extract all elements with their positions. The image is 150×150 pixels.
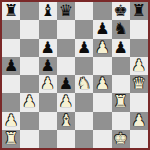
square-f2[interactable]	[93, 112, 111, 130]
piece-white-pawn-b3[interactable]: ♟	[22, 94, 36, 110]
square-a5[interactable]: ♟	[2, 57, 20, 75]
square-d2[interactable]: ♝	[57, 112, 75, 130]
square-d6[interactable]	[57, 39, 75, 57]
square-g2[interactable]	[112, 112, 130, 130]
piece-black-pawn-g6[interactable]: ♟	[113, 39, 127, 55]
square-e5[interactable]	[75, 57, 93, 75]
square-g1[interactable]: ♚	[112, 130, 130, 148]
square-h6[interactable]	[130, 39, 148, 57]
piece-black-pawn-c5[interactable]: ♟	[40, 57, 54, 73]
piece-black-pawn-a5[interactable]: ♟	[4, 57, 18, 73]
square-f8[interactable]	[93, 2, 111, 20]
square-h7[interactable]	[130, 20, 148, 38]
piece-white-pawn-c4[interactable]: ♟	[40, 76, 54, 92]
piece-white-pawn-h2[interactable]: ♟	[132, 112, 146, 128]
square-h8[interactable]: ♜	[130, 2, 148, 20]
square-b1[interactable]	[20, 130, 38, 148]
square-f3[interactable]	[93, 93, 111, 111]
square-g5[interactable]	[112, 57, 130, 75]
square-c8[interactable]: ♝	[39, 2, 57, 20]
square-e1[interactable]	[75, 130, 93, 148]
piece-white-pawn-f4[interactable]: ♟	[95, 76, 109, 92]
square-e4[interactable]: ♞	[75, 75, 93, 93]
square-a3[interactable]	[2, 93, 20, 111]
square-c6[interactable]: ♟	[39, 39, 57, 57]
square-d5[interactable]	[57, 57, 75, 75]
square-b4[interactable]	[20, 75, 38, 93]
square-e6[interactable]: ♟	[75, 39, 93, 57]
square-a1[interactable]: ♜	[2, 130, 20, 148]
piece-black-queen-d8[interactable]: ♛	[59, 3, 73, 19]
square-a7[interactable]	[2, 20, 20, 38]
square-a4[interactable]	[2, 75, 20, 93]
square-h2[interactable]: ♟	[130, 112, 148, 130]
square-h4[interactable]: ♛	[130, 75, 148, 93]
piece-black-knight-g7[interactable]: ♞	[113, 21, 127, 37]
square-c4[interactable]: ♟	[39, 75, 57, 93]
square-f5[interactable]	[93, 57, 111, 75]
square-e3[interactable]	[75, 93, 93, 111]
piece-black-pawn-e6[interactable]: ♟	[77, 39, 91, 55]
chess-diagram: ♜♝♛♚♜♟♞♟♟♟♟♟♟♟♟♟♞♟♛♟♟♜♟♝♟♜♚	[0, 0, 150, 150]
square-d8[interactable]: ♛	[57, 2, 75, 20]
square-a2[interactable]: ♟	[2, 112, 20, 130]
square-h3[interactable]	[130, 93, 148, 111]
square-f6[interactable]: ♟	[93, 39, 111, 57]
piece-black-bishop-c8[interactable]: ♝	[40, 3, 54, 19]
square-g3[interactable]: ♜	[112, 93, 130, 111]
piece-white-pawn-h5[interactable]: ♟	[132, 57, 146, 73]
piece-white-pawn-a2[interactable]: ♟	[4, 112, 18, 128]
piece-black-king-g8[interactable]: ♚	[113, 3, 127, 19]
square-e8[interactable]	[75, 2, 93, 20]
square-c2[interactable]	[39, 112, 57, 130]
piece-white-pawn-d3[interactable]: ♟	[59, 94, 73, 110]
square-d3[interactable]: ♟	[57, 93, 75, 111]
square-a8[interactable]: ♜	[2, 2, 20, 20]
square-c7[interactable]	[39, 20, 57, 38]
square-b8[interactable]	[20, 2, 38, 20]
square-g4[interactable]	[112, 75, 130, 93]
square-g7[interactable]: ♞	[112, 20, 130, 38]
square-a6[interactable]	[2, 39, 20, 57]
piece-white-rook-a1[interactable]: ♜	[4, 130, 18, 146]
square-c3[interactable]	[39, 93, 57, 111]
piece-white-bishop-d2[interactable]: ♝	[59, 112, 73, 128]
square-h5[interactable]: ♟	[130, 57, 148, 75]
square-b3[interactable]: ♟	[20, 93, 38, 111]
square-e7[interactable]	[75, 20, 93, 38]
piece-white-queen-h4[interactable]: ♛	[132, 76, 146, 92]
square-b6[interactable]	[20, 39, 38, 57]
square-d4[interactable]: ♟	[57, 75, 75, 93]
piece-black-pawn-d4[interactable]: ♟	[59, 76, 73, 92]
piece-black-rook-h8[interactable]: ♜	[132, 3, 146, 19]
piece-black-rook-a8[interactable]: ♜	[4, 3, 18, 19]
square-h1[interactable]	[130, 130, 148, 148]
square-b2[interactable]	[20, 112, 38, 130]
piece-white-knight-e4[interactable]: ♞	[77, 76, 91, 92]
piece-black-pawn-c6[interactable]: ♟	[40, 39, 54, 55]
square-b7[interactable]	[20, 20, 38, 38]
square-g6[interactable]: ♟	[112, 39, 130, 57]
piece-black-pawn-f7[interactable]: ♟	[95, 21, 109, 37]
square-d1[interactable]	[57, 130, 75, 148]
square-f7[interactable]: ♟	[93, 20, 111, 38]
piece-white-king-g1[interactable]: ♚	[113, 130, 127, 146]
square-b5[interactable]	[20, 57, 38, 75]
square-c5[interactable]: ♟	[39, 57, 57, 75]
square-e2[interactable]	[75, 112, 93, 130]
square-f1[interactable]	[93, 130, 111, 148]
piece-white-rook-g3[interactable]: ♜	[113, 94, 127, 110]
square-g8[interactable]: ♚	[112, 2, 130, 20]
square-c1[interactable]	[39, 130, 57, 148]
piece-white-pawn-f6[interactable]: ♟	[95, 39, 109, 55]
square-d7[interactable]	[57, 20, 75, 38]
chess-board[interactable]: ♜♝♛♚♜♟♞♟♟♟♟♟♟♟♟♟♞♟♛♟♟♜♟♝♟♜♚	[2, 2, 148, 148]
square-f4[interactable]: ♟	[93, 75, 111, 93]
